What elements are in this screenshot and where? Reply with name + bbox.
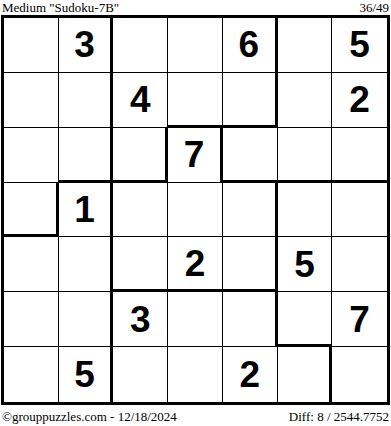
cell-r7c4[interactable] [168, 347, 223, 402]
given-digit: 4 [130, 81, 151, 118]
puzzle-counter: 36/49 [359, 1, 389, 14]
cell-r3c2[interactable] [59, 128, 114, 183]
cell-r1c6[interactable] [278, 18, 333, 73]
cell-r2c7: 2 [332, 73, 387, 128]
cell-r4c7[interactable] [332, 183, 387, 238]
cell-r4c3[interactable] [113, 183, 168, 238]
cell-r6c1[interactable] [4, 292, 59, 347]
given-digit: 5 [349, 26, 370, 63]
cell-r3c3[interactable] [113, 128, 168, 183]
cell-r2c2[interactable] [59, 73, 114, 128]
puzzle-page: Medium "Sudoku-7B" 36/49 3654271253752 ©… [0, 0, 391, 426]
difficulty-text: Diff: 8 / 2544.7752 [289, 410, 389, 423]
cell-r2c4[interactable] [168, 73, 223, 128]
cell-r2c6[interactable] [278, 73, 333, 128]
cell-r7c1[interactable] [4, 347, 59, 402]
cell-r3c7[interactable] [332, 128, 387, 183]
cell-r6c3: 3 [113, 292, 168, 347]
cell-r2c1[interactable] [4, 73, 59, 128]
given-digit: 6 [238, 26, 259, 63]
cell-r7c6[interactable] [278, 347, 333, 402]
given-digit: 7 [184, 136, 205, 173]
cell-r4c4[interactable] [168, 183, 223, 238]
header: Medium "Sudoku-7B" 36/49 [2, 1, 389, 14]
given-digit: 2 [185, 245, 206, 282]
given-digit: 2 [239, 356, 260, 393]
cell-r6c5[interactable] [223, 292, 278, 347]
cell-r5c1[interactable] [4, 237, 59, 292]
cell-r4c6[interactable] [278, 183, 333, 238]
cell-r7c5: 2 [223, 347, 278, 402]
cell-r7c2: 5 [59, 347, 114, 402]
cell-r6c4[interactable] [168, 292, 223, 347]
cell-r1c4[interactable] [168, 18, 223, 73]
cell-r6c2[interactable] [59, 292, 114, 347]
given-digit: 1 [74, 191, 95, 228]
given-digit: 3 [74, 26, 95, 63]
cell-r7c7[interactable] [332, 347, 387, 402]
cell-r4c5[interactable] [223, 183, 278, 238]
cell-r1c7: 5 [332, 18, 387, 73]
cell-r2c5[interactable] [223, 73, 278, 128]
cell-r6c7: 7 [332, 292, 387, 347]
given-digit: 5 [74, 356, 95, 393]
footer: ©grouppuzzles.com - 12/18/2024 Diff: 8 /… [2, 409, 389, 423]
given-digit: 5 [294, 246, 315, 283]
given-digit: 2 [349, 81, 370, 118]
given-digit: 3 [130, 301, 151, 338]
puzzle-title: Medium "Sudoku-7B" [2, 1, 119, 14]
cell-r3c4: 7 [168, 128, 223, 183]
cell-r5c4: 2 [168, 237, 223, 292]
cell-r1c1[interactable] [4, 18, 59, 73]
copyright-text: ©grouppuzzles.com - 12/18/2024 [2, 410, 177, 423]
cell-r5c7[interactable] [332, 237, 387, 292]
given-digit: 7 [349, 301, 370, 338]
cell-r4c1[interactable] [4, 183, 59, 238]
cell-r4c2: 1 [59, 183, 114, 238]
cell-r1c3[interactable] [113, 18, 168, 73]
cell-r3c6[interactable] [278, 128, 333, 183]
cell-r5c5[interactable] [223, 237, 278, 292]
cell-r5c3[interactable] [113, 237, 168, 292]
cell-r3c1[interactable] [4, 128, 59, 183]
sudoku-grid: 3654271253752 [1, 15, 390, 405]
cell-r1c5: 6 [223, 18, 278, 73]
cell-r3c5[interactable] [223, 128, 278, 183]
cell-r1c2: 3 [59, 18, 114, 73]
cell-r2c3: 4 [113, 73, 168, 128]
cell-r7c3[interactable] [113, 347, 168, 402]
cell-r5c2[interactable] [59, 237, 114, 292]
cell-r6c6[interactable] [278, 292, 333, 347]
cell-r5c6: 5 [278, 237, 333, 292]
